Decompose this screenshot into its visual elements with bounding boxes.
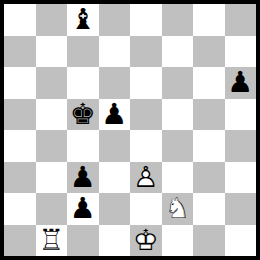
- square-e7[interactable]: [130, 36, 162, 68]
- square-c5[interactable]: ♚: [67, 99, 99, 131]
- square-e2[interactable]: [130, 193, 162, 225]
- square-f2[interactable]: ♞♘: [162, 193, 194, 225]
- white-rook[interactable]: ♜♖: [36, 225, 68, 257]
- black-pawn-glyph: ♟: [67, 162, 99, 194]
- black-pawn[interactable]: ♟: [67, 162, 99, 194]
- black-king-glyph: ♚: [67, 99, 99, 131]
- square-b3[interactable]: [36, 162, 68, 194]
- black-king[interactable]: ♚: [67, 99, 99, 131]
- square-g5[interactable]: [193, 99, 225, 131]
- square-h7[interactable]: [225, 36, 257, 68]
- square-a3[interactable]: [4, 162, 36, 194]
- square-g6[interactable]: [193, 67, 225, 99]
- square-d5[interactable]: ♟: [99, 99, 131, 131]
- square-e4[interactable]: [130, 130, 162, 162]
- square-h1[interactable]: [225, 225, 257, 257]
- white-king[interactable]: ♚♔: [130, 225, 162, 257]
- square-g4[interactable]: [193, 130, 225, 162]
- square-a7[interactable]: [4, 36, 36, 68]
- square-d1[interactable]: [99, 225, 131, 257]
- square-b8[interactable]: [36, 4, 68, 36]
- square-d8[interactable]: [99, 4, 131, 36]
- square-b2[interactable]: [36, 193, 68, 225]
- black-bishop[interactable]: ♝: [67, 4, 99, 36]
- chess-board: ♝♟♚♟♟♟♙♟♞♘♜♖♚♔: [0, 0, 260, 260]
- square-g3[interactable]: [193, 162, 225, 194]
- square-b4[interactable]: [36, 130, 68, 162]
- square-f6[interactable]: [162, 67, 194, 99]
- square-f3[interactable]: [162, 162, 194, 194]
- square-c6[interactable]: [67, 67, 99, 99]
- square-e5[interactable]: [130, 99, 162, 131]
- square-a8[interactable]: [4, 4, 36, 36]
- white-knight-glyph: ♘: [162, 193, 194, 225]
- square-h3[interactable]: [225, 162, 257, 194]
- square-f5[interactable]: [162, 99, 194, 131]
- square-b1[interactable]: ♜♖: [36, 225, 68, 257]
- white-rook-glyph: ♖: [36, 225, 68, 257]
- black-pawn[interactable]: ♟: [67, 193, 99, 225]
- square-c7[interactable]: [67, 36, 99, 68]
- square-a2[interactable]: [4, 193, 36, 225]
- square-c3[interactable]: ♟: [67, 162, 99, 194]
- square-h2[interactable]: [225, 193, 257, 225]
- black-pawn-glyph: ♟: [225, 67, 257, 99]
- square-e6[interactable]: [130, 67, 162, 99]
- square-d4[interactable]: [99, 130, 131, 162]
- square-f8[interactable]: [162, 4, 194, 36]
- black-pawn[interactable]: ♟: [225, 67, 257, 99]
- black-bishop-glyph: ♝: [67, 4, 99, 36]
- square-d7[interactable]: [99, 36, 131, 68]
- square-h6[interactable]: ♟: [225, 67, 257, 99]
- square-d6[interactable]: [99, 67, 131, 99]
- square-b6[interactable]: [36, 67, 68, 99]
- square-d2[interactable]: [99, 193, 131, 225]
- square-g2[interactable]: [193, 193, 225, 225]
- white-king-glyph: ♔: [130, 225, 162, 257]
- square-h8[interactable]: [225, 4, 257, 36]
- square-g7[interactable]: [193, 36, 225, 68]
- black-pawn-glyph: ♟: [99, 99, 131, 131]
- square-d3[interactable]: [99, 162, 131, 194]
- square-c2[interactable]: ♟: [67, 193, 99, 225]
- square-g1[interactable]: [193, 225, 225, 257]
- square-a6[interactable]: [4, 67, 36, 99]
- square-h5[interactable]: [225, 99, 257, 131]
- square-b7[interactable]: [36, 36, 68, 68]
- square-f1[interactable]: [162, 225, 194, 257]
- square-c1[interactable]: [67, 225, 99, 257]
- square-g8[interactable]: [193, 4, 225, 36]
- square-c8[interactable]: ♝: [67, 4, 99, 36]
- square-f7[interactable]: [162, 36, 194, 68]
- square-e3[interactable]: ♟♙: [130, 162, 162, 194]
- white-pawn[interactable]: ♟♙: [130, 162, 162, 194]
- square-c4[interactable]: [67, 130, 99, 162]
- square-e8[interactable]: [130, 4, 162, 36]
- square-h4[interactable]: [225, 130, 257, 162]
- white-pawn-glyph: ♙: [130, 162, 162, 194]
- square-a1[interactable]: [4, 225, 36, 257]
- square-b5[interactable]: [36, 99, 68, 131]
- square-e1[interactable]: ♚♔: [130, 225, 162, 257]
- black-pawn-glyph: ♟: [67, 193, 99, 225]
- black-pawn[interactable]: ♟: [99, 99, 131, 131]
- square-a4[interactable]: [4, 130, 36, 162]
- white-knight[interactable]: ♞♘: [162, 193, 194, 225]
- square-a5[interactable]: [4, 99, 36, 131]
- square-f4[interactable]: [162, 130, 194, 162]
